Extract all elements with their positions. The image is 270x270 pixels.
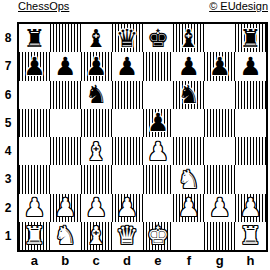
rank-label-6: 6 [0,81,16,109]
square-e7[interactable] [143,52,174,80]
square-g7[interactable]: ♟ [204,52,235,80]
piece-white-bishop[interactable]: ♝ [85,222,107,249]
square-g3[interactable] [204,165,235,193]
piece-black-pawn[interactable]: ♟ [208,53,230,80]
square-h8[interactable]: ♜ [235,24,266,52]
piece-black-pawn[interactable]: ♟ [239,53,261,80]
piece-white-queen[interactable]: ♛ [116,222,138,249]
square-b8[interactable] [50,24,81,52]
rank-label-4: 4 [0,137,16,165]
rank-label-8: 8 [0,24,16,52]
square-c3[interactable] [81,165,112,193]
rank-label-2: 2 [0,194,16,222]
square-d7[interactable]: ♟ [112,52,143,80]
square-b7[interactable]: ♟ [50,52,81,80]
square-c2[interactable]: ♟ [81,194,112,222]
square-e6[interactable] [143,81,174,109]
square-c1[interactable]: ♝ [81,222,112,250]
square-d4[interactable] [112,137,143,165]
square-b4[interactable] [50,137,81,165]
square-c7[interactable]: ♟ [81,52,112,80]
piece-white-knight[interactable]: ♞ [54,222,76,249]
piece-white-pawn[interactable]: ♟ [85,194,107,221]
piece-white-pawn[interactable]: ♟ [116,194,138,221]
square-d2[interactable]: ♟ [112,194,143,222]
square-f5[interactable] [173,109,204,137]
piece-white-pawn[interactable]: ♟ [239,194,261,221]
square-c5[interactable] [81,109,112,137]
piece-black-knight[interactable]: ♞ [85,81,107,108]
square-e2[interactable] [143,194,174,222]
square-e4[interactable]: ♟ [143,137,174,165]
file-label-c: c [81,252,112,269]
square-a8[interactable]: ♜ [19,24,50,52]
file-label-e: e [143,252,174,269]
square-b5[interactable] [50,109,81,137]
square-a2[interactable]: ♟ [19,194,50,222]
square-f1[interactable] [173,222,204,250]
square-h5[interactable] [235,109,266,137]
piece-white-rook[interactable]: ♜ [239,222,261,249]
chessops-window: ChessOps © EUdesign 87654321 ♜♝♛♚♝♜♟♟♟♟♟… [0,0,270,270]
piece-white-pawn[interactable]: ♟ [208,194,230,221]
square-g1[interactable] [204,222,235,250]
square-f2[interactable]: ♟ [173,194,204,222]
file-label-b: b [50,252,81,269]
chess-board: ♜♝♛♚♝♜♟♟♟♟♟♟♟♞♞♟♝♟♞♟♟♟♟♟♟♟♜♞♝♛♚♜ [17,22,268,252]
square-h4[interactable] [235,137,266,165]
square-e1[interactable]: ♚ [143,222,174,250]
square-h3[interactable] [235,165,266,193]
square-b3[interactable] [50,165,81,193]
square-h7[interactable]: ♟ [235,52,266,80]
piece-white-knight[interactable]: ♞ [178,166,200,193]
square-d1[interactable]: ♛ [112,222,143,250]
piece-white-king[interactable]: ♚ [147,222,169,249]
piece-black-pawn[interactable]: ♟ [85,53,107,80]
file-label-a: a [19,252,50,269]
square-d6[interactable] [112,81,143,109]
file-label-h: h [235,252,266,269]
square-g8[interactable] [204,24,235,52]
piece-white-pawn[interactable]: ♟ [147,138,169,165]
piece-black-pawn[interactable]: ♟ [23,53,45,80]
square-a7[interactable]: ♟ [19,52,50,80]
square-e3[interactable] [143,165,174,193]
square-h1[interactable]: ♜ [235,222,266,250]
piece-black-bishop[interactable]: ♝ [178,25,200,52]
square-e8[interactable]: ♚ [143,24,174,52]
rank-labels: 87654321 [0,24,16,250]
square-e5[interactable]: ♟ [143,109,174,137]
square-f3[interactable]: ♞ [173,165,204,193]
square-a6[interactable] [19,81,50,109]
piece-black-pawn[interactable]: ♟ [178,53,200,80]
square-d5[interactable] [112,109,143,137]
file-label-d: d [112,252,143,269]
square-b2[interactable]: ♟ [50,194,81,222]
square-g2[interactable]: ♟ [204,194,235,222]
piece-black-rook[interactable]: ♜ [239,25,261,52]
title-bar: ChessOps © EUdesign [18,0,268,14]
square-a5[interactable] [19,109,50,137]
piece-black-bishop[interactable]: ♝ [85,25,107,52]
square-g5[interactable] [204,109,235,137]
piece-black-rook[interactable]: ♜ [23,25,45,52]
square-d3[interactable] [112,165,143,193]
rank-label-3: 3 [0,165,16,193]
square-f8[interactable]: ♝ [173,24,204,52]
rank-label-7: 7 [0,52,16,80]
piece-black-queen[interactable]: ♛ [116,25,138,52]
square-h6[interactable] [235,81,266,109]
square-a3[interactable] [19,165,50,193]
rank-label-1: 1 [0,222,16,250]
copyright-label: © EUdesign [209,0,268,13]
square-h2[interactable]: ♟ [235,194,266,222]
piece-black-pawn[interactable]: ♟ [147,109,169,136]
square-c6[interactable]: ♞ [81,81,112,109]
app-title: ChessOps [18,0,69,13]
file-label-f: f [173,252,204,269]
file-labels: abcdefgh [19,252,266,269]
piece-black-pawn[interactable]: ♟ [54,53,76,80]
square-f6[interactable]: ♞ [173,81,204,109]
square-b6[interactable] [50,81,81,109]
piece-white-rook[interactable]: ♜ [23,222,45,249]
square-f7[interactable]: ♟ [173,52,204,80]
square-c4[interactable]: ♝ [81,137,112,165]
file-label-g: g [204,252,235,269]
square-c8[interactable]: ♝ [81,24,112,52]
square-g6[interactable] [204,81,235,109]
square-a4[interactable] [19,137,50,165]
piece-black-king[interactable]: ♚ [147,25,169,52]
square-a1[interactable]: ♜ [19,222,50,250]
piece-black-pawn[interactable]: ♟ [116,53,138,80]
square-f4[interactable] [173,137,204,165]
rank-label-5: 5 [0,109,16,137]
piece-white-pawn[interactable]: ♟ [54,194,76,221]
square-b1[interactable]: ♞ [50,222,81,250]
square-d8[interactable]: ♛ [112,24,143,52]
piece-white-pawn[interactable]: ♟ [23,194,45,221]
piece-white-pawn[interactable]: ♟ [178,194,200,221]
square-g4[interactable] [204,137,235,165]
piece-black-knight[interactable]: ♞ [178,81,200,108]
piece-white-bishop[interactable]: ♝ [85,138,107,165]
